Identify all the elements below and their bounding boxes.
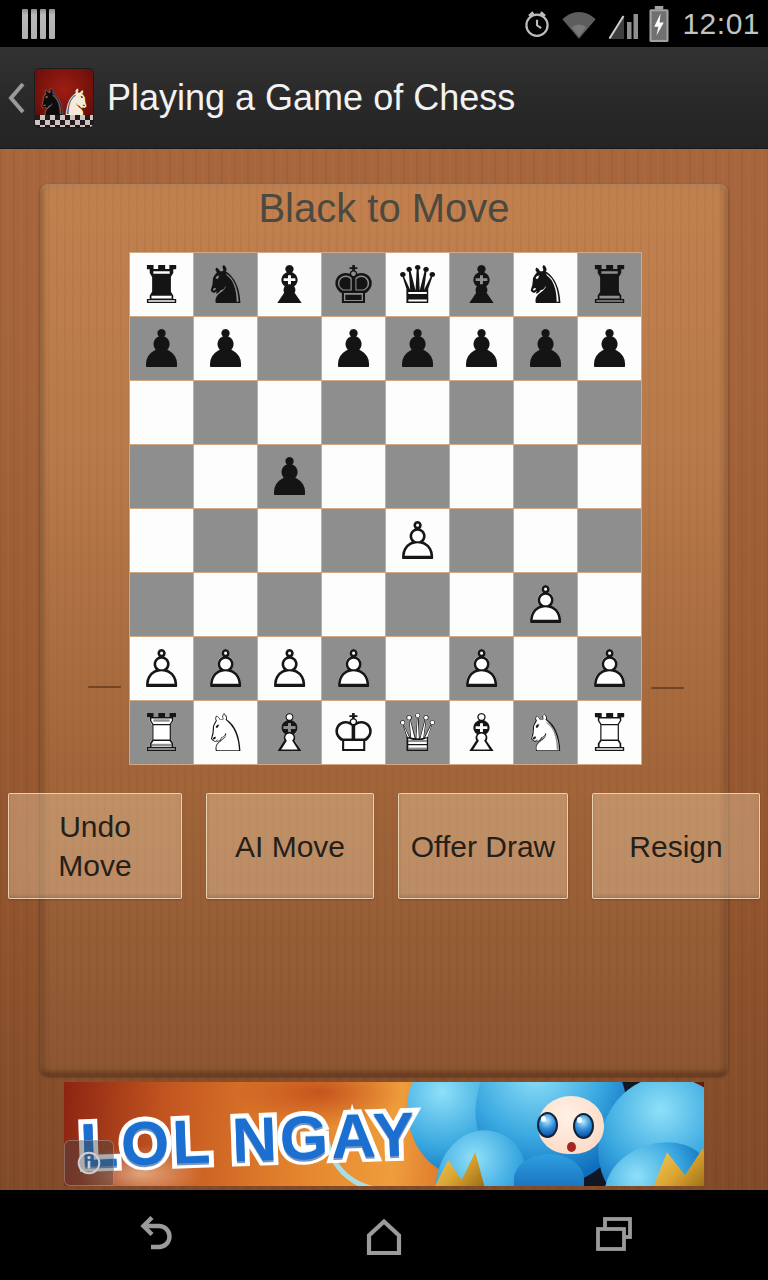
piece-white-rook: ♜♖ <box>578 701 641 764</box>
square-a1[interactable]: ♜♖ <box>130 701 193 764</box>
square-a4[interactable] <box>130 509 193 572</box>
square-c6[interactable] <box>258 381 321 444</box>
square-g8[interactable]: ♞ <box>514 253 577 316</box>
offer-draw-button[interactable]: Offer Draw <box>398 793 568 899</box>
piece-white-pawn: ♟♙ <box>322 637 385 700</box>
square-e7[interactable]: ♟ <box>386 317 449 380</box>
piece-white-bishop: ♝♗ <box>258 701 321 764</box>
square-b4[interactable] <box>194 509 257 572</box>
ad-info-button[interactable] <box>64 1140 114 1186</box>
square-h4[interactable] <box>578 509 641 572</box>
square-a7[interactable]: ♟ <box>130 317 193 380</box>
piece-white-rook: ♜♖ <box>130 701 193 764</box>
piece-black-knight: ♞ <box>194 253 257 316</box>
square-g2[interactable] <box>514 637 577 700</box>
status-bar: 12:01 <box>0 0 768 47</box>
square-g7[interactable]: ♟ <box>514 317 577 380</box>
battery-charging-icon <box>647 6 671 42</box>
square-b3[interactable] <box>194 573 257 636</box>
piece-black-bishop: ♝ <box>450 253 513 316</box>
square-f3[interactable] <box>450 573 513 636</box>
piece-black-pawn: ♟ <box>450 317 513 380</box>
piece-black-king: ♚ <box>322 253 385 316</box>
piece-white-king: ♚♔ <box>322 701 385 764</box>
piece-black-pawn: ♟ <box>258 445 321 508</box>
checkerboard-base <box>35 115 93 127</box>
square-d7[interactable]: ♟ <box>322 317 385 380</box>
square-e4[interactable]: ♟♙ <box>386 509 449 572</box>
turn-indicator: Black to Move <box>0 186 768 231</box>
app-icon: ♞ ♞ <box>35 69 93 127</box>
undo-move-button[interactable]: Undo Move <box>8 793 182 899</box>
square-e5[interactable] <box>386 445 449 508</box>
square-h6[interactable] <box>578 381 641 444</box>
square-e6[interactable] <box>386 381 449 444</box>
wifi-icon <box>559 8 599 40</box>
piece-white-pawn: ♟♙ <box>578 637 641 700</box>
piece-white-pawn: ♟♙ <box>258 637 321 700</box>
signal-icon <box>606 7 640 41</box>
piece-black-pawn: ♟ <box>194 317 257 380</box>
square-a8[interactable]: ♜ <box>130 253 193 316</box>
square-f6[interactable] <box>450 381 513 444</box>
square-d4[interactable] <box>322 509 385 572</box>
square-c4[interactable] <box>258 509 321 572</box>
square-b2[interactable]: ♟♙ <box>194 637 257 700</box>
square-h1[interactable]: ♜♖ <box>578 701 641 764</box>
ad-character-eye <box>537 1112 558 1138</box>
square-a2[interactable]: ♟♙ <box>130 637 193 700</box>
square-c1[interactable]: ♝♗ <box>258 701 321 764</box>
square-d8[interactable]: ♚ <box>322 253 385 316</box>
square-c2[interactable]: ♟♙ <box>258 637 321 700</box>
square-c5[interactable]: ♟ <box>258 445 321 508</box>
square-b6[interactable] <box>194 381 257 444</box>
square-g6[interactable] <box>514 381 577 444</box>
square-d1[interactable]: ♚♔ <box>322 701 385 764</box>
action-button-row: Undo Move AI Move Offer Draw Resign <box>8 793 760 899</box>
square-c3[interactable] <box>258 573 321 636</box>
square-b5[interactable] <box>194 445 257 508</box>
piece-white-knight: ♞♘ <box>514 701 577 764</box>
square-f1[interactable]: ♝♗ <box>450 701 513 764</box>
square-b1[interactable]: ♞♘ <box>194 701 257 764</box>
piece-black-pawn: ♟ <box>386 317 449 380</box>
square-h5[interactable] <box>578 445 641 508</box>
piece-white-pawn: ♟♙ <box>450 637 513 700</box>
square-d6[interactable] <box>322 381 385 444</box>
square-e1[interactable]: ♛♕ <box>386 701 449 764</box>
square-a3[interactable] <box>130 573 193 636</box>
ad-headline: LOL NGAY LOL NGAY <box>79 1098 419 1181</box>
piece-black-pawn: ♟ <box>130 317 193 380</box>
ad-character-mouth <box>567 1142 576 1152</box>
square-e2[interactable] <box>386 637 449 700</box>
square-c7[interactable] <box>258 317 321 380</box>
info-icon <box>76 1150 102 1176</box>
square-g1[interactable]: ♞♘ <box>514 701 577 764</box>
ad-banner[interactable]: LOL NGAY LOL NGAY <box>64 1082 704 1186</box>
piece-black-pawn: ♟ <box>514 317 577 380</box>
ai-move-button[interactable]: AI Move <box>206 793 374 899</box>
square-d2[interactable]: ♟♙ <box>322 637 385 700</box>
square-a6[interactable] <box>130 381 193 444</box>
square-h2[interactable]: ♟♙ <box>578 637 641 700</box>
alarm-icon <box>522 8 552 40</box>
wood-seam-left <box>88 686 121 688</box>
nav-home-button[interactable] <box>360 1211 408 1259</box>
square-c8[interactable]: ♝ <box>258 253 321 316</box>
piece-white-pawn: ♟♙ <box>130 637 193 700</box>
square-b8[interactable]: ♞ <box>194 253 257 316</box>
square-g5[interactable] <box>514 445 577 508</box>
app-bars-icon <box>22 9 55 39</box>
square-h3[interactable] <box>578 573 641 636</box>
piece-black-queen: ♛ <box>386 253 449 316</box>
piece-black-pawn: ♟ <box>322 317 385 380</box>
square-f7[interactable]: ♟ <box>450 317 513 380</box>
piece-white-bishop: ♝♗ <box>450 701 513 764</box>
clock-time: 12:01 <box>682 7 760 41</box>
square-f4[interactable] <box>450 509 513 572</box>
square-e8[interactable]: ♛ <box>386 253 449 316</box>
ad-character-eye <box>573 1113 594 1139</box>
square-g3[interactable]: ♟♙ <box>514 573 577 636</box>
piece-white-pawn: ♟♙ <box>514 573 577 636</box>
page-title: Playing a Game of Chess <box>107 77 515 119</box>
wood-seam-right <box>651 687 684 689</box>
piece-black-rook: ♜ <box>130 253 193 316</box>
piece-black-pawn: ♟ <box>578 317 641 380</box>
piece-black-knight: ♞ <box>514 253 577 316</box>
piece-white-pawn: ♟♙ <box>386 509 449 572</box>
square-d3[interactable] <box>322 573 385 636</box>
piece-white-pawn: ♟♙ <box>194 637 257 700</box>
square-d5[interactable] <box>322 445 385 508</box>
square-h8[interactable]: ♜ <box>578 253 641 316</box>
piece-black-bishop: ♝ <box>258 253 321 316</box>
back-chevron-icon[interactable] <box>4 76 30 120</box>
nav-recents-button[interactable] <box>590 1211 638 1259</box>
square-f2[interactable]: ♟♙ <box>450 637 513 700</box>
square-f8[interactable]: ♝ <box>450 253 513 316</box>
piece-black-rook: ♜ <box>578 253 641 316</box>
screen: 12:01 ♞ ♞ Playing a Game of Chess Black … <box>0 0 768 1280</box>
square-e3[interactable] <box>386 573 449 636</box>
square-a5[interactable] <box>130 445 193 508</box>
android-nav-bar <box>0 1190 768 1280</box>
nav-back-button[interactable] <box>130 1211 178 1259</box>
square-h7[interactable]: ♟ <box>578 317 641 380</box>
square-f5[interactable] <box>450 445 513 508</box>
title-bar: ♞ ♞ Playing a Game of Chess <box>0 47 768 149</box>
piece-white-knight: ♞♘ <box>194 701 257 764</box>
square-g4[interactable] <box>514 509 577 572</box>
resign-button[interactable]: Resign <box>592 793 760 899</box>
chess-board: ♜♞♝♚♛♝♞♜♟♟♟♟♟♟♟♟♟♙♟♙♟♙♟♙♟♙♟♙♟♙♟♙♜♖♞♘♝♗♚♔… <box>129 252 642 765</box>
piece-white-queen: ♛♕ <box>386 701 449 764</box>
square-b7[interactable]: ♟ <box>194 317 257 380</box>
